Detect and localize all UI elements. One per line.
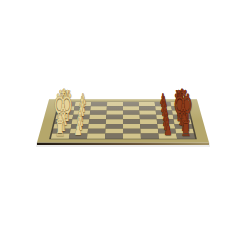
chess-piece-black-r: ♜ [180, 118, 191, 140]
chess-piece-black-k: ♚ [172, 85, 193, 128]
chess-piece-white-p: ♟ [77, 108, 85, 124]
chess-piece-white-p: ♟ [79, 95, 86, 110]
chess-piece-white-n: ♞ [61, 89, 72, 112]
chess-piece-black-p: ♟ [162, 108, 170, 124]
chess-piece-black-p: ♟ [163, 117, 171, 133]
chess-piece-black-r: ♜ [174, 88, 183, 107]
chess-piece-black-p: ♟ [164, 122, 172, 139]
chess-piece-black-p: ♟ [161, 104, 169, 120]
chess-piece-black-p: ♟ [160, 100, 168, 115]
chess-piece-white-p: ♟ [77, 104, 85, 120]
chess-piece-white-p: ♟ [76, 113, 84, 129]
chess-piece-white-q: ♛ [55, 85, 74, 123]
chess-piece-white-n: ♞ [55, 110, 67, 135]
chess-piece-black-q: ♛ [172, 85, 191, 123]
chess-piece-black-p: ♟ [160, 95, 167, 110]
chess-piece-white-p: ♟ [79, 92, 86, 107]
chess-piece-white-b: ♝ [58, 89, 72, 117]
chess-piece-black-n: ♞ [174, 89, 185, 112]
chess-piece-black-p: ♟ [159, 92, 166, 107]
chess-piece-white-p: ♟ [78, 100, 86, 115]
chess-piece-black-n: ♞ [178, 110, 190, 135]
chess-set-product-photo: ♜♞♝♛♚♝♞♜♟♟♟♟♟♟♟♟♟♟♟♟♟♟♟♟♜♞♝♛♚♝♞♜ [0, 0, 235, 235]
chess-piece-white-p: ♟ [75, 117, 83, 133]
chess-piece-white-b: ♝ [55, 101, 69, 130]
chess-piece-black-b: ♝ [174, 89, 188, 117]
chess-piece-black-p: ♟ [162, 113, 170, 129]
chess-piece-white-r: ♜ [55, 118, 66, 140]
chess-piece-white-p: ♟ [74, 122, 82, 139]
chess-piece-white-k: ♚ [53, 85, 74, 128]
chess-piece-white-r: ♜ [62, 88, 71, 107]
chess-piece-black-b: ♝ [176, 101, 190, 130]
pieces-layer: ♜♞♝♛♚♝♞♜♟♟♟♟♟♟♟♟♟♟♟♟♟♟♟♟♜♞♝♛♚♝♞♜ [0, 0, 235, 235]
